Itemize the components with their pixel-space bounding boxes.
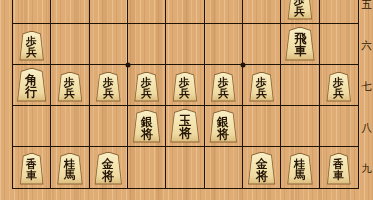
- square-69[interactable]: [128, 147, 166, 188]
- piece-lance[interactable]: 香車: [19, 153, 44, 185]
- piece-face: 歩兵: [58, 73, 82, 101]
- piece-face: 金将: [248, 153, 275, 184]
- square-28[interactable]: [281, 106, 319, 147]
- piece-pawn[interactable]: 歩兵: [19, 31, 45, 61]
- piece-knight[interactable]: 桂馬: [56, 153, 83, 185]
- piece-kanji: 兵: [26, 47, 37, 58]
- hoshi-dot: [125, 62, 130, 67]
- square-88[interactable]: [51, 106, 89, 147]
- piece-kanji: 兵: [65, 88, 76, 99]
- piece-face: 桂馬: [57, 154, 82, 184]
- piece-face: 香車: [20, 154, 43, 184]
- piece-face: 歩兵: [96, 73, 120, 101]
- square-16[interactable]: [320, 24, 358, 65]
- square-95[interactable]: [13, 0, 51, 24]
- piece-kanji: 車: [333, 170, 344, 181]
- square-39[interactable]: 金将: [243, 147, 281, 188]
- piece-face: 銀将: [210, 111, 237, 142]
- piece-rook[interactable]: 飛車: [284, 27, 315, 61]
- piece-lance[interactable]: 香車: [326, 153, 351, 185]
- piece-kanji: 兵: [256, 88, 267, 99]
- piece-kanji: 将: [179, 127, 191, 140]
- piece-silver-general[interactable]: 銀将: [209, 110, 238, 143]
- square-89[interactable]: 桂馬: [51, 147, 89, 188]
- piece-face: 歩兵: [20, 32, 44, 60]
- piece-bishop[interactable]: 角行: [16, 68, 47, 102]
- square-96[interactable]: 歩兵: [13, 24, 51, 65]
- square-97[interactable]: 角行: [13, 65, 51, 106]
- hoshi-dot: [240, 62, 245, 67]
- piece-pawn[interactable]: 歩兵: [287, 0, 313, 20]
- piece-kanji: 兵: [180, 88, 191, 99]
- square-27[interactable]: [281, 65, 319, 106]
- square-78[interactable]: [90, 106, 128, 147]
- square-55[interactable]: [166, 0, 204, 24]
- square-68[interactable]: 銀将: [128, 106, 166, 147]
- piece-face: 銀将: [133, 111, 160, 142]
- piece-face: 歩兵: [288, 0, 312, 19]
- square-15[interactable]: [320, 0, 358, 24]
- square-46[interactable]: [205, 24, 243, 65]
- piece-gold-general[interactable]: 金将: [247, 152, 276, 185]
- piece-kanji: 車: [26, 170, 37, 181]
- piece-silver-general[interactable]: 銀将: [132, 110, 161, 143]
- rank-label-9: 九: [360, 162, 373, 174]
- square-37[interactable]: 歩兵: [243, 65, 281, 106]
- piece-kanji: 兵: [295, 6, 306, 17]
- square-29[interactable]: 桂馬: [281, 147, 319, 188]
- square-58[interactable]: 玉将: [166, 106, 204, 147]
- piece-kanji: 車: [294, 45, 306, 58]
- piece-pawn[interactable]: 歩兵: [326, 72, 352, 102]
- piece-pawn[interactable]: 歩兵: [210, 72, 236, 102]
- square-56[interactable]: [166, 24, 204, 65]
- square-19[interactable]: 香車: [320, 147, 358, 188]
- piece-face: 飛車: [285, 28, 314, 60]
- piece-face: 歩兵: [211, 73, 235, 101]
- piece-pawn[interactable]: 歩兵: [249, 72, 275, 102]
- piece-face: 歩兵: [250, 73, 274, 101]
- piece-kanji: 馬: [64, 170, 75, 182]
- square-87[interactable]: 歩兵: [51, 65, 89, 106]
- square-57[interactable]: 歩兵: [166, 65, 204, 106]
- piece-knight[interactable]: 桂馬: [286, 153, 313, 185]
- shogi-board: 歩兵歩兵飛車角行歩兵歩兵歩兵歩兵歩兵歩兵歩兵銀将玉将銀将香車桂馬金将金将桂馬香車: [12, 0, 359, 189]
- piece-face: 香車: [327, 154, 350, 184]
- square-86[interactable]: [51, 24, 89, 65]
- square-75[interactable]: [90, 0, 128, 24]
- square-85[interactable]: [51, 0, 89, 24]
- piece-pawn[interactable]: 歩兵: [172, 72, 198, 102]
- square-17[interactable]: 歩兵: [320, 65, 358, 106]
- piece-kanji: 兵: [103, 88, 114, 99]
- shogi-screenshot: 歩兵歩兵飛車角行歩兵歩兵歩兵歩兵歩兵歩兵歩兵銀将玉将銀将香車桂馬金将金将桂馬香車…: [0, 0, 373, 200]
- piece-king[interactable]: 玉将: [169, 109, 200, 143]
- square-48[interactable]: 銀将: [205, 106, 243, 147]
- square-25[interactable]: 歩兵: [281, 0, 319, 24]
- square-47[interactable]: 歩兵: [205, 65, 243, 106]
- piece-face: 金将: [95, 153, 122, 184]
- rank-label-8: 八: [360, 121, 373, 133]
- square-76[interactable]: [90, 24, 128, 65]
- piece-face: 桂馬: [287, 154, 312, 184]
- square-49[interactable]: [205, 147, 243, 188]
- piece-face: 角行: [17, 69, 46, 101]
- rank-label-5: 五: [360, 0, 373, 10]
- square-98[interactable]: [13, 106, 51, 147]
- piece-face: 玉将: [170, 110, 199, 142]
- square-38[interactable]: [243, 106, 281, 147]
- piece-kanji: 将: [102, 170, 114, 182]
- piece-face: 歩兵: [135, 73, 159, 101]
- square-59[interactable]: [166, 147, 204, 188]
- piece-kanji: 馬: [294, 170, 305, 182]
- piece-kanji: 将: [256, 170, 268, 182]
- piece-kanji: 兵: [333, 88, 344, 99]
- square-77[interactable]: 歩兵: [90, 65, 128, 106]
- rank-label-7: 七: [360, 80, 373, 92]
- square-18[interactable]: [320, 106, 358, 147]
- square-99[interactable]: 香車: [13, 147, 51, 188]
- piece-pawn[interactable]: 歩兵: [57, 72, 83, 102]
- square-26[interactable]: 飛車: [281, 24, 319, 65]
- piece-kanji: 兵: [218, 88, 229, 99]
- piece-kanji: 将: [141, 128, 153, 140]
- square-36[interactable]: [243, 24, 281, 65]
- piece-gold-general[interactable]: 金将: [94, 152, 123, 185]
- square-66[interactable]: [128, 24, 166, 65]
- piece-face: 歩兵: [327, 73, 351, 101]
- square-35[interactable]: [243, 0, 281, 24]
- square-79[interactable]: 金将: [90, 147, 128, 188]
- square-65[interactable]: [128, 0, 166, 24]
- piece-kanji: 行: [26, 86, 38, 99]
- piece-face: 歩兵: [173, 73, 197, 101]
- piece-pawn[interactable]: 歩兵: [134, 72, 160, 102]
- piece-kanji: 兵: [141, 88, 152, 99]
- square-45[interactable]: [205, 0, 243, 24]
- piece-pawn[interactable]: 歩兵: [95, 72, 121, 102]
- square-67[interactable]: 歩兵: [128, 65, 166, 106]
- rank-label-6: 六: [360, 39, 373, 51]
- piece-kanji: 将: [217, 128, 229, 140]
